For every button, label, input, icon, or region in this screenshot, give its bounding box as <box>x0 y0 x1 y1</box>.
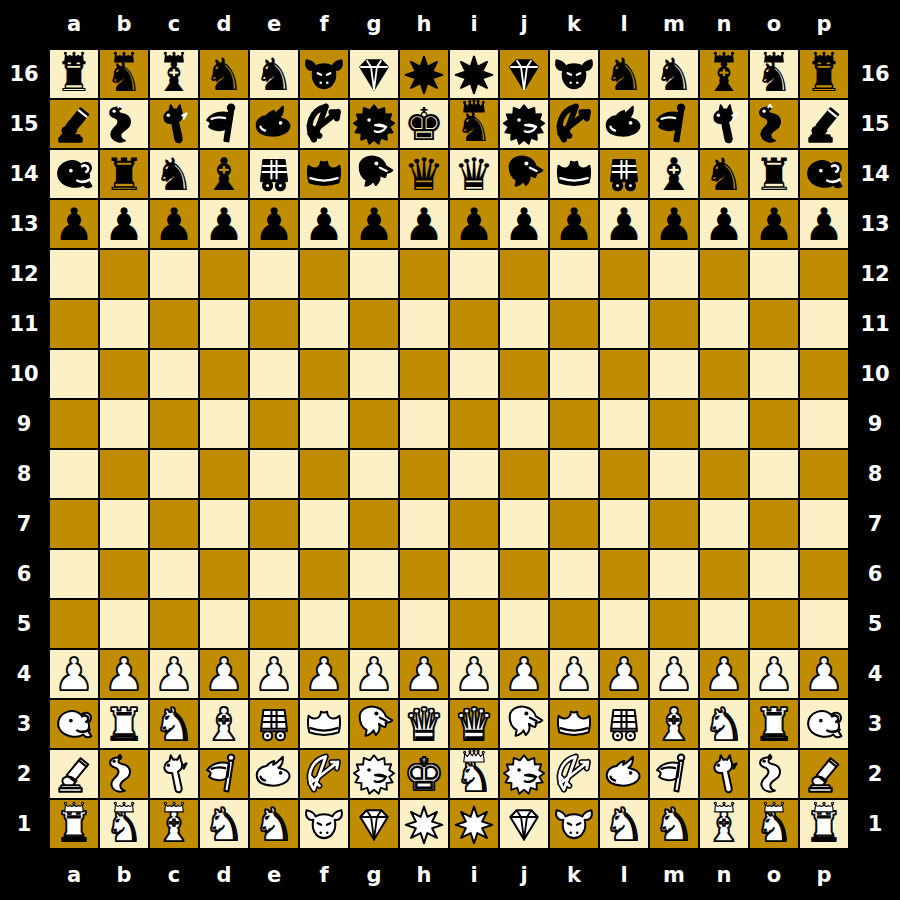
square-g5[interactable] <box>350 600 398 648</box>
piece-white-rh-rhinoceros[interactable] <box>600 750 648 798</box>
square-e3[interactable] <box>250 700 298 748</box>
piece-black-ax-axe[interactable] <box>200 100 248 148</box>
square-a6[interactable] <box>50 550 98 598</box>
piece-black-p-pawn[interactable]: ♟ <box>200 200 248 248</box>
square-a14[interactable] <box>50 150 98 198</box>
piece-white-ca-cannon[interactable] <box>50 750 98 798</box>
square-j15[interactable] <box>500 100 548 148</box>
square-p8[interactable] <box>800 450 848 498</box>
square-n1[interactable]: ♝ <box>700 800 748 848</box>
square-m8[interactable] <box>650 450 698 498</box>
square-f14[interactable] <box>300 150 348 198</box>
square-e2[interactable] <box>250 750 298 798</box>
square-m4[interactable]: ♟ <box>650 650 698 698</box>
square-d5[interactable] <box>200 600 248 648</box>
square-b7[interactable] <box>100 500 148 548</box>
square-n14[interactable]: ♞ <box>700 150 748 198</box>
square-g16[interactable] <box>350 50 398 98</box>
square-k8[interactable] <box>550 450 598 498</box>
square-l2[interactable] <box>600 750 648 798</box>
square-k1[interactable] <box>550 800 598 848</box>
piece-black-el-elephant[interactable] <box>50 150 98 198</box>
piece-black-cr-crowned[interactable]: ♜ <box>50 50 98 98</box>
square-i15[interactable]: ♞ <box>450 100 498 148</box>
square-g12[interactable] <box>350 250 398 298</box>
square-a1[interactable]: ♜ <box>50 800 98 848</box>
square-e7[interactable] <box>250 500 298 548</box>
square-k3[interactable] <box>550 700 598 748</box>
piece-white-ea-eagle[interactable] <box>500 700 548 748</box>
piece-white-p-pawn[interactable]: ♟ <box>750 650 798 698</box>
square-i14[interactable]: ♛ <box>450 150 498 198</box>
piece-white-q-queen[interactable]: ♛ <box>400 700 448 748</box>
piece-white-di-diamond[interactable] <box>350 800 398 848</box>
square-a11[interactable] <box>50 300 98 348</box>
piece-white-r-rook[interactable]: ♜ <box>750 700 798 748</box>
piece-black-rh-rhinoceros[interactable] <box>250 100 298 148</box>
square-p2[interactable] <box>800 750 848 798</box>
piece-black-cr-crowned[interactable]: ♜ <box>800 50 848 98</box>
square-e4[interactable]: ♟ <box>250 650 298 698</box>
square-b13[interactable]: ♟ <box>100 200 148 248</box>
square-l16[interactable]: ♞ <box>600 50 648 98</box>
square-m5[interactable] <box>650 600 698 648</box>
square-o3[interactable]: ♜ <box>750 700 798 748</box>
piece-black-p-pawn[interactable]: ♟ <box>50 200 98 248</box>
square-p14[interactable] <box>800 150 848 198</box>
piece-black-bo-bow[interactable] <box>550 100 598 148</box>
piece-white-n-knight[interactable]: ♞ <box>600 800 648 848</box>
square-i5[interactable] <box>450 600 498 648</box>
piece-black-gi-giraffe[interactable] <box>150 100 198 148</box>
square-n8[interactable] <box>700 450 748 498</box>
piece-white-p-pawn[interactable]: ♟ <box>300 650 348 698</box>
piece-white-p-pawn[interactable]: ♟ <box>200 650 248 698</box>
square-b4[interactable]: ♟ <box>100 650 148 698</box>
square-j9[interactable] <box>500 400 548 448</box>
piece-black-am-amazon[interactable]: ♞ <box>450 100 498 148</box>
piece-black-p-pawn[interactable]: ♟ <box>100 200 148 248</box>
square-a3[interactable] <box>50 700 98 748</box>
square-k2[interactable] <box>550 750 598 798</box>
square-g4[interactable]: ♟ <box>350 650 398 698</box>
square-f2[interactable] <box>300 750 348 798</box>
piece-white-p-pawn[interactable]: ♟ <box>650 650 698 698</box>
piece-black-di-diamond[interactable] <box>500 50 548 98</box>
square-h7[interactable] <box>400 500 448 548</box>
square-a13[interactable]: ♟ <box>50 200 98 248</box>
piece-black-q-queen[interactable]: ♛ <box>400 150 448 198</box>
piece-black-n-knight[interactable]: ♞ <box>600 50 648 98</box>
square-h16[interactable] <box>400 50 448 98</box>
square-f12[interactable] <box>300 250 348 298</box>
square-i11[interactable] <box>450 300 498 348</box>
square-n2[interactable] <box>700 750 748 798</box>
square-i10[interactable] <box>450 350 498 398</box>
square-p5[interactable] <box>800 600 848 648</box>
piece-black-p-pawn[interactable]: ♟ <box>350 200 398 248</box>
square-j11[interactable] <box>500 300 548 348</box>
square-n15[interactable] <box>700 100 748 148</box>
piece-white-p-pawn[interactable]: ♟ <box>350 650 398 698</box>
piece-black-cb-crowned[interactable]: ♝ <box>150 50 198 98</box>
square-b12[interactable] <box>100 250 148 298</box>
square-n6[interactable] <box>700 550 748 598</box>
piece-white-ax-axe[interactable] <box>650 750 698 798</box>
square-k12[interactable] <box>550 250 598 298</box>
square-h1[interactable] <box>400 800 448 848</box>
square-g13[interactable]: ♟ <box>350 200 398 248</box>
square-o5[interactable] <box>750 600 798 648</box>
piece-black-ma-war[interactable] <box>600 150 648 198</box>
square-k16[interactable] <box>550 50 598 98</box>
piece-white-p-pawn[interactable]: ♟ <box>550 650 598 698</box>
square-e9[interactable] <box>250 400 298 448</box>
piece-black-p-pawn[interactable]: ♟ <box>400 200 448 248</box>
piece-white-p-pawn[interactable]: ♟ <box>50 650 98 698</box>
piece-black-ea-eagle[interactable] <box>500 150 548 198</box>
square-h2[interactable]: ♚ <box>400 750 448 798</box>
piece-white-li-lion[interactable] <box>350 750 398 798</box>
square-o8[interactable] <box>750 450 798 498</box>
piece-black-cw-crown[interactable] <box>550 150 598 198</box>
square-c16[interactable]: ♝ <box>150 50 198 98</box>
piece-white-bo-bow[interactable] <box>550 750 598 798</box>
piece-white-p-pawn[interactable]: ♟ <box>600 650 648 698</box>
square-k13[interactable]: ♟ <box>550 200 598 248</box>
square-h3[interactable]: ♛ <box>400 700 448 748</box>
square-k6[interactable] <box>550 550 598 598</box>
square-f9[interactable] <box>300 400 348 448</box>
piece-black-ca-cannon[interactable] <box>50 100 98 148</box>
square-h13[interactable]: ♟ <box>400 200 448 248</box>
piece-white-cm-camel[interactable] <box>750 750 798 798</box>
square-i8[interactable] <box>450 450 498 498</box>
square-c7[interactable] <box>150 500 198 548</box>
square-h9[interactable] <box>400 400 448 448</box>
square-l9[interactable] <box>600 400 648 448</box>
piece-white-bu-bull[interactable] <box>550 800 598 848</box>
square-i9[interactable] <box>450 400 498 448</box>
square-c13[interactable]: ♟ <box>150 200 198 248</box>
square-i12[interactable] <box>450 250 498 298</box>
square-m6[interactable] <box>650 550 698 598</box>
square-g2[interactable] <box>350 750 398 798</box>
square-o14[interactable]: ♜ <box>750 150 798 198</box>
square-b9[interactable] <box>100 400 148 448</box>
square-g3[interactable] <box>350 700 398 748</box>
square-o10[interactable] <box>750 350 798 398</box>
square-e16[interactable]: ♞ <box>250 50 298 98</box>
piece-black-n2-knight[interactable]: ♞ <box>650 50 698 98</box>
piece-white-st-star[interactable] <box>450 800 498 848</box>
square-n12[interactable] <box>700 250 748 298</box>
square-o4[interactable]: ♟ <box>750 650 798 698</box>
square-d6[interactable] <box>200 550 248 598</box>
square-j2[interactable] <box>500 750 548 798</box>
square-f5[interactable] <box>300 600 348 648</box>
square-h11[interactable] <box>400 300 448 348</box>
square-k5[interactable] <box>550 600 598 648</box>
piece-black-p-pawn[interactable]: ♟ <box>250 200 298 248</box>
square-n7[interactable] <box>700 500 748 548</box>
square-h15[interactable]: ♚ <box>400 100 448 148</box>
square-b5[interactable] <box>100 600 148 648</box>
square-l11[interactable] <box>600 300 648 348</box>
square-e14[interactable] <box>250 150 298 198</box>
piece-black-cn-crowned[interactable]: ♞ <box>750 50 798 98</box>
square-c2[interactable] <box>150 750 198 798</box>
square-b15[interactable] <box>100 100 148 148</box>
piece-black-p-pawn[interactable]: ♟ <box>800 200 848 248</box>
square-m14[interactable]: ♝ <box>650 150 698 198</box>
piece-white-di-diamond[interactable] <box>500 800 548 848</box>
piece-white-el-elephant[interactable] <box>50 700 98 748</box>
square-j1[interactable] <box>500 800 548 848</box>
piece-black-n-knight[interactable]: ♞ <box>700 150 748 198</box>
square-h14[interactable]: ♛ <box>400 150 448 198</box>
piece-white-b-bishop[interactable]: ♝ <box>200 700 248 748</box>
piece-white-am-amazon[interactable]: ♞ <box>450 750 498 798</box>
square-a8[interactable] <box>50 450 98 498</box>
piece-black-p-pawn[interactable]: ♟ <box>300 200 348 248</box>
square-k11[interactable] <box>550 300 598 348</box>
square-a5[interactable] <box>50 600 98 648</box>
piece-white-el-elephant[interactable] <box>800 700 848 748</box>
square-l5[interactable] <box>600 600 648 648</box>
square-g15[interactable] <box>350 100 398 148</box>
square-l1[interactable]: ♞ <box>600 800 648 848</box>
square-i7[interactable] <box>450 500 498 548</box>
square-g14[interactable] <box>350 150 398 198</box>
piece-white-p-pawn[interactable]: ♟ <box>100 650 148 698</box>
piece-black-p-pawn[interactable]: ♟ <box>700 200 748 248</box>
square-p3[interactable] <box>800 700 848 748</box>
square-p4[interactable]: ♟ <box>800 650 848 698</box>
piece-white-n-knight[interactable]: ♞ <box>250 800 298 848</box>
square-h12[interactable] <box>400 250 448 298</box>
square-c12[interactable] <box>150 250 198 298</box>
square-e1[interactable]: ♞ <box>250 800 298 848</box>
piece-black-p-pawn[interactable]: ♟ <box>550 200 598 248</box>
square-b3[interactable]: ♜ <box>100 700 148 748</box>
square-c4[interactable]: ♟ <box>150 650 198 698</box>
square-m11[interactable] <box>650 300 698 348</box>
piece-white-li-lion[interactable] <box>500 750 548 798</box>
piece-white-p-pawn[interactable]: ♟ <box>800 650 848 698</box>
piece-black-bu-bull[interactable] <box>550 50 598 98</box>
piece-black-bu-bull[interactable] <box>300 50 348 98</box>
square-l3[interactable] <box>600 700 648 748</box>
piece-black-st-star[interactable] <box>400 50 448 98</box>
piece-black-p-pawn[interactable]: ♟ <box>450 200 498 248</box>
piece-black-gi-giraffe[interactable] <box>700 100 748 148</box>
square-g9[interactable] <box>350 400 398 448</box>
piece-black-cm-camel[interactable] <box>100 100 148 148</box>
square-e11[interactable] <box>250 300 298 348</box>
piece-white-ea-eagle[interactable] <box>350 700 398 748</box>
square-f11[interactable] <box>300 300 348 348</box>
piece-black-p-pawn[interactable]: ♟ <box>650 200 698 248</box>
piece-black-ea-eagle[interactable] <box>350 150 398 198</box>
square-o15[interactable] <box>750 100 798 148</box>
square-c9[interactable] <box>150 400 198 448</box>
square-o13[interactable]: ♟ <box>750 200 798 248</box>
square-i4[interactable]: ♟ <box>450 650 498 698</box>
piece-black-st-star[interactable] <box>450 50 498 98</box>
square-f10[interactable] <box>300 350 348 398</box>
square-h10[interactable] <box>400 350 448 398</box>
square-m10[interactable] <box>650 350 698 398</box>
square-j12[interactable] <box>500 250 548 298</box>
square-a10[interactable] <box>50 350 98 398</box>
piece-white-ca-cannon[interactable] <box>800 750 848 798</box>
piece-black-cw-crown[interactable] <box>300 150 348 198</box>
square-f8[interactable] <box>300 450 348 498</box>
square-e13[interactable]: ♟ <box>250 200 298 248</box>
piece-black-ax-axe[interactable] <box>650 100 698 148</box>
piece-white-rh-rhinoceros[interactable] <box>250 750 298 798</box>
square-e10[interactable] <box>250 350 298 398</box>
square-a9[interactable] <box>50 400 98 448</box>
square-g7[interactable] <box>350 500 398 548</box>
piece-white-gi-giraffe[interactable] <box>700 750 748 798</box>
piece-black-r-rook[interactable]: ♜ <box>100 150 148 198</box>
square-j16[interactable] <box>500 50 548 98</box>
piece-black-q-queen[interactable]: ♛ <box>450 150 498 198</box>
piece-white-ax-axe[interactable] <box>200 750 248 798</box>
piece-black-n-knight[interactable]: ♞ <box>250 50 298 98</box>
square-j4[interactable]: ♟ <box>500 650 548 698</box>
piece-black-rh-rhinoceros[interactable] <box>600 100 648 148</box>
square-b6[interactable] <box>100 550 148 598</box>
square-j3[interactable] <box>500 700 548 748</box>
piece-black-p-pawn[interactable]: ♟ <box>750 200 798 248</box>
square-f15[interactable] <box>300 100 348 148</box>
square-j6[interactable] <box>500 550 548 598</box>
piece-black-r-rook[interactable]: ♜ <box>750 150 798 198</box>
square-d14[interactable]: ♝ <box>200 150 248 198</box>
piece-black-p-pawn[interactable]: ♟ <box>150 200 198 248</box>
piece-white-n-knight[interactable]: ♞ <box>700 700 748 748</box>
square-d13[interactable]: ♟ <box>200 200 248 248</box>
square-h5[interactable] <box>400 600 448 648</box>
piece-white-cn-crowned[interactable]: ♞ <box>100 800 148 848</box>
piece-white-gi-giraffe[interactable] <box>150 750 198 798</box>
square-m2[interactable] <box>650 750 698 798</box>
square-l12[interactable] <box>600 250 648 298</box>
square-o6[interactable] <box>750 550 798 598</box>
square-k9[interactable] <box>550 400 598 448</box>
square-e5[interactable] <box>250 600 298 648</box>
square-p11[interactable] <box>800 300 848 348</box>
square-f3[interactable] <box>300 700 348 748</box>
square-c8[interactable] <box>150 450 198 498</box>
square-n13[interactable]: ♟ <box>700 200 748 248</box>
piece-white-st-star[interactable] <box>400 800 448 848</box>
square-k15[interactable] <box>550 100 598 148</box>
square-i6[interactable] <box>450 550 498 598</box>
square-l7[interactable] <box>600 500 648 548</box>
square-h8[interactable] <box>400 450 448 498</box>
square-g1[interactable] <box>350 800 398 848</box>
square-k14[interactable] <box>550 150 598 198</box>
square-p7[interactable] <box>800 500 848 548</box>
piece-white-p-pawn[interactable]: ♟ <box>500 650 548 698</box>
square-i16[interactable] <box>450 50 498 98</box>
square-n16[interactable]: ♝ <box>700 50 748 98</box>
square-m12[interactable] <box>650 250 698 298</box>
square-c3[interactable]: ♞ <box>150 700 198 748</box>
square-m9[interactable] <box>650 400 698 448</box>
square-d16[interactable]: ♞ <box>200 50 248 98</box>
piece-white-p-pawn[interactable]: ♟ <box>150 650 198 698</box>
square-f13[interactable]: ♟ <box>300 200 348 248</box>
square-m15[interactable] <box>650 100 698 148</box>
square-m13[interactable]: ♟ <box>650 200 698 248</box>
square-j7[interactable] <box>500 500 548 548</box>
square-d2[interactable] <box>200 750 248 798</box>
square-p6[interactable] <box>800 550 848 598</box>
piece-white-ma-war[interactable] <box>250 700 298 748</box>
piece-black-cm-camel[interactable] <box>750 100 798 148</box>
square-b2[interactable] <box>100 750 148 798</box>
square-e6[interactable] <box>250 550 298 598</box>
piece-black-di-diamond[interactable] <box>350 50 398 98</box>
piece-white-r-rook[interactable]: ♜ <box>100 700 148 748</box>
square-o11[interactable] <box>750 300 798 348</box>
square-i2[interactable]: ♞ <box>450 750 498 798</box>
square-b10[interactable] <box>100 350 148 398</box>
piece-white-n2-knight[interactable]: ♞ <box>200 800 248 848</box>
square-f16[interactable] <box>300 50 348 98</box>
piece-white-cr-crowned[interactable]: ♜ <box>800 800 848 848</box>
square-o2[interactable] <box>750 750 798 798</box>
square-j13[interactable]: ♟ <box>500 200 548 248</box>
square-p1[interactable]: ♜ <box>800 800 848 848</box>
square-o9[interactable] <box>750 400 798 448</box>
square-o1[interactable]: ♞ <box>750 800 798 848</box>
piece-black-cb-crowned[interactable]: ♝ <box>700 50 748 98</box>
square-l8[interactable] <box>600 450 648 498</box>
square-g11[interactable] <box>350 300 398 348</box>
square-d7[interactable] <box>200 500 248 548</box>
square-g10[interactable] <box>350 350 398 398</box>
square-n10[interactable] <box>700 350 748 398</box>
square-d4[interactable]: ♟ <box>200 650 248 698</box>
square-p9[interactable] <box>800 400 848 448</box>
piece-white-cn-crowned[interactable]: ♞ <box>750 800 798 848</box>
square-l14[interactable] <box>600 150 648 198</box>
square-k4[interactable]: ♟ <box>550 650 598 698</box>
square-l13[interactable]: ♟ <box>600 200 648 248</box>
square-e8[interactable] <box>250 450 298 498</box>
square-d12[interactable] <box>200 250 248 298</box>
square-b8[interactable] <box>100 450 148 498</box>
square-d3[interactable]: ♝ <box>200 700 248 748</box>
square-c11[interactable] <box>150 300 198 348</box>
square-a16[interactable]: ♜ <box>50 50 98 98</box>
piece-white-ma-war[interactable] <box>600 700 648 748</box>
piece-white-cb-crowned[interactable]: ♝ <box>150 800 198 848</box>
piece-black-b-bishop[interactable]: ♝ <box>650 150 698 198</box>
piece-black-p-pawn[interactable]: ♟ <box>500 200 548 248</box>
piece-black-ma-war[interactable] <box>250 150 298 198</box>
square-d8[interactable] <box>200 450 248 498</box>
square-f1[interactable] <box>300 800 348 848</box>
square-o12[interactable] <box>750 250 798 298</box>
piece-white-p-pawn[interactable]: ♟ <box>700 650 748 698</box>
